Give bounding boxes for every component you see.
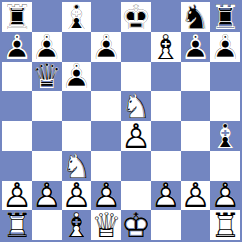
square-a4[interactable] (2, 121, 32, 151)
chess-board: ♜♖♝♗♚♔♞♘♜♖♟♙♟♙♟♙♝♗♟♙♟♙♛♕♟♙♞♘♟♙♝♗♞♘♟♙♟♙♟♙… (0, 0, 242, 242)
square-g5[interactable] (181, 91, 211, 121)
square-b3[interactable] (32, 151, 62, 181)
square-c7[interactable] (62, 32, 92, 62)
square-e5[interactable]: ♞♘ (121, 91, 151, 121)
square-a1[interactable]: ♜♖ (2, 210, 32, 240)
square-e6[interactable] (121, 62, 151, 92)
black-pawn-g7[interactable]: ♟♙ (181, 32, 211, 62)
square-g6[interactable] (181, 62, 211, 92)
square-d4[interactable] (91, 121, 121, 151)
white-pawn-c2[interactable]: ♟♙ (62, 181, 92, 211)
square-f8[interactable] (151, 2, 181, 32)
square-g8[interactable]: ♞♘ (181, 2, 211, 32)
square-a8[interactable]: ♜♖ (2, 2, 32, 32)
square-g4[interactable] (181, 121, 211, 151)
black-pawn-a7[interactable]: ♟♙ (2, 32, 32, 62)
square-d2[interactable]: ♟♙ (91, 181, 121, 211)
white-rook-a1[interactable]: ♜♖ (2, 210, 32, 240)
square-c4[interactable] (62, 121, 92, 151)
square-g1[interactable] (181, 210, 211, 240)
square-e3[interactable] (121, 151, 151, 181)
black-pawn-d7[interactable]: ♟♙ (91, 32, 121, 62)
black-rook-a8[interactable]: ♜♖ (2, 2, 32, 32)
white-pawn-d2[interactable]: ♟♙ (91, 181, 121, 211)
white-bishop-f7[interactable]: ♝♗ (151, 32, 181, 62)
square-a3[interactable] (2, 151, 32, 181)
square-f6[interactable] (151, 62, 181, 92)
square-a6[interactable] (2, 62, 32, 92)
white-queen-d1[interactable]: ♛♕ (91, 210, 121, 240)
square-f1[interactable] (151, 210, 181, 240)
black-knight-g8[interactable]: ♞♘ (181, 2, 211, 32)
black-king-e8[interactable]: ♚♔ (121, 2, 151, 32)
white-pawn-e4[interactable]: ♟♙ (121, 121, 151, 151)
square-f2[interactable]: ♟♙ (151, 181, 181, 211)
black-bishop-c8[interactable]: ♝♗ (62, 2, 92, 32)
square-f3[interactable] (151, 151, 181, 181)
square-h2[interactable]: ♟♙ (210, 181, 240, 211)
square-h4[interactable]: ♝♗ (210, 121, 240, 151)
square-c2[interactable]: ♟♙ (62, 181, 92, 211)
white-pawn-f2[interactable]: ♟♙ (151, 181, 181, 211)
square-b6[interactable]: ♛♕ (32, 62, 62, 92)
white-pawn-g2[interactable]: ♟♙ (181, 181, 211, 211)
black-pawn-c6[interactable]: ♟♙ (62, 62, 92, 92)
square-h7[interactable]: ♟♙ (210, 32, 240, 62)
square-h5[interactable] (210, 91, 240, 121)
square-h3[interactable] (210, 151, 240, 181)
square-g3[interactable] (181, 151, 211, 181)
square-e7[interactable] (121, 32, 151, 62)
square-b5[interactable] (32, 91, 62, 121)
square-c6[interactable]: ♟♙ (62, 62, 92, 92)
square-a7[interactable]: ♟♙ (2, 32, 32, 62)
white-pawn-a2[interactable]: ♟♙ (2, 181, 32, 211)
square-a5[interactable] (2, 91, 32, 121)
square-d7[interactable]: ♟♙ (91, 32, 121, 62)
square-e2[interactable] (121, 181, 151, 211)
white-king-e1[interactable]: ♚♔ (121, 210, 151, 240)
square-c5[interactable] (62, 91, 92, 121)
black-pawn-h7[interactable]: ♟♙ (210, 32, 240, 62)
white-knight-e5[interactable]: ♞♘ (121, 91, 151, 121)
square-d5[interactable] (91, 91, 121, 121)
square-d6[interactable] (91, 62, 121, 92)
square-b1[interactable] (32, 210, 62, 240)
square-d3[interactable] (91, 151, 121, 181)
square-f4[interactable] (151, 121, 181, 151)
square-a2[interactable]: ♟♙ (2, 181, 32, 211)
square-g7[interactable]: ♟♙ (181, 32, 211, 62)
square-c8[interactable]: ♝♗ (62, 2, 92, 32)
square-b8[interactable] (32, 2, 62, 32)
square-b4[interactable] (32, 121, 62, 151)
square-d8[interactable] (91, 2, 121, 32)
black-pawn-b7[interactable]: ♟♙ (32, 32, 62, 62)
white-bishop-c1[interactable]: ♝♗ (62, 210, 92, 240)
white-knight-c3[interactable]: ♞♘ (62, 151, 92, 181)
square-f7[interactable]: ♝♗ (151, 32, 181, 62)
square-g2[interactable]: ♟♙ (181, 181, 211, 211)
square-c1[interactable]: ♝♗ (62, 210, 92, 240)
square-e1[interactable]: ♚♔ (121, 210, 151, 240)
square-h1[interactable]: ♜♖ (210, 210, 240, 240)
square-f5[interactable] (151, 91, 181, 121)
white-rook-h1[interactable]: ♜♖ (210, 210, 240, 240)
black-bishop-h4[interactable]: ♝♗ (210, 121, 240, 151)
square-e8[interactable]: ♚♔ (121, 2, 151, 32)
square-h6[interactable] (210, 62, 240, 92)
square-c3[interactable]: ♞♘ (62, 151, 92, 181)
square-h8[interactable]: ♜♖ (210, 2, 240, 32)
square-e4[interactable]: ♟♙ (121, 121, 151, 151)
white-pawn-b2[interactable]: ♟♙ (32, 181, 62, 211)
black-queen-b6[interactable]: ♛♕ (32, 62, 62, 92)
square-b7[interactable]: ♟♙ (32, 32, 62, 62)
white-pawn-h2[interactable]: ♟♙ (210, 181, 240, 211)
square-d1[interactable]: ♛♕ (91, 210, 121, 240)
black-rook-h8[interactable]: ♜♖ (210, 2, 240, 32)
square-b2[interactable]: ♟♙ (32, 181, 62, 211)
